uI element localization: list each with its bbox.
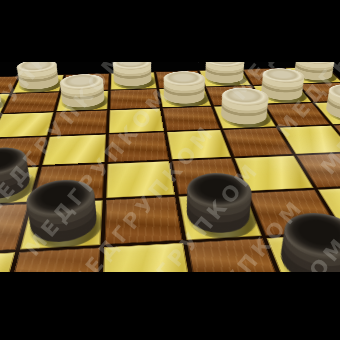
board-square[interactable] xyxy=(109,109,164,133)
light-piece[interactable] xyxy=(203,71,247,85)
board-square[interactable] xyxy=(43,134,106,164)
light-piece[interactable] xyxy=(60,92,104,110)
board-square[interactable] xyxy=(50,110,107,135)
board-square[interactable] xyxy=(159,87,211,107)
light-piece[interactable] xyxy=(114,73,153,88)
board-square[interactable] xyxy=(162,107,220,131)
board-square[interactable] xyxy=(0,112,54,137)
board-square[interactable] xyxy=(20,200,102,249)
dark-piece[interactable] xyxy=(27,203,98,245)
board-square[interactable] xyxy=(104,197,182,245)
board-square[interactable] xyxy=(111,72,157,89)
board-square[interactable] xyxy=(110,89,160,109)
letterbox-bottom xyxy=(0,272,340,340)
board-square[interactable] xyxy=(214,105,276,129)
board-square[interactable] xyxy=(3,92,60,113)
light-piece[interactable] xyxy=(218,106,271,126)
board-square[interactable] xyxy=(166,130,231,159)
photo-frame: МЕДГРУПКОММЕДГРУПКОММЕДГРУПКОММЕДГРУПКОМ… xyxy=(0,0,340,340)
board-square[interactable] xyxy=(178,193,262,240)
board-square[interactable] xyxy=(223,128,292,157)
dark-piece[interactable] xyxy=(183,196,255,236)
letterbox-top xyxy=(0,0,340,62)
light-piece[interactable] xyxy=(162,89,207,106)
board-square[interactable] xyxy=(106,161,174,198)
board-square[interactable] xyxy=(200,70,251,87)
light-piece[interactable] xyxy=(16,76,60,91)
board-square[interactable] xyxy=(12,75,64,93)
board-square[interactable] xyxy=(57,90,109,111)
board-square[interactable] xyxy=(108,132,169,162)
